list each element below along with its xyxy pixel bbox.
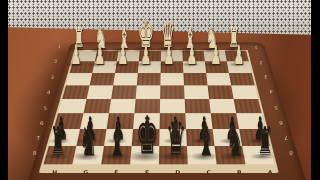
square-g4[interactable] bbox=[87, 85, 114, 98]
square-a4[interactable] bbox=[231, 85, 258, 98]
square-b3[interactable] bbox=[206, 73, 231, 85]
square-h4[interactable] bbox=[62, 85, 89, 98]
piece-black-rook[interactable]: ♜ bbox=[51, 123, 67, 160]
square-c4[interactable] bbox=[184, 85, 209, 98]
piece-black-rook[interactable]: ♜ bbox=[257, 123, 273, 160]
square-a3[interactable] bbox=[229, 73, 255, 85]
piece-white-pawn[interactable]: ♟ bbox=[71, 42, 82, 67]
piece-white-pawn[interactable]: ♟ bbox=[117, 42, 128, 67]
square-e3[interactable] bbox=[137, 73, 161, 85]
square-f3[interactable] bbox=[113, 73, 138, 85]
piece-black-bishop[interactable]: ♝ bbox=[109, 119, 127, 160]
piece-white-pawn[interactable]: ♟ bbox=[187, 42, 198, 67]
piece-white-pawn[interactable]: ♟ bbox=[210, 42, 221, 67]
piece-black-king[interactable]: ♚ bbox=[136, 109, 159, 161]
letterbox-bar-left bbox=[0, 0, 8, 180]
photo-stage: ♜♞♝♚♛♝♞♜♟♟♟♟♟♟♟♟♟♟♟♟♟♟♟♟♜♞♝♚♛♝♞♜ HGFEDCB… bbox=[0, 0, 320, 180]
square-c3[interactable] bbox=[183, 73, 207, 85]
piece-black-queen[interactable]: ♛ bbox=[166, 113, 187, 160]
piece-white-pawn[interactable]: ♟ bbox=[141, 42, 152, 67]
square-g3[interactable] bbox=[90, 73, 115, 85]
piece-black-knight[interactable]: ♞ bbox=[79, 119, 97, 160]
piece-black-knight[interactable]: ♞ bbox=[226, 119, 244, 160]
square-f4[interactable] bbox=[111, 85, 137, 98]
square-e4[interactable] bbox=[136, 85, 161, 98]
square-b4[interactable] bbox=[208, 85, 234, 98]
piece-white-pawn[interactable]: ♟ bbox=[233, 42, 244, 67]
piece-black-bishop[interactable]: ♝ bbox=[197, 119, 215, 160]
letterbox-bar-right bbox=[311, 0, 320, 180]
piece-white-pawn[interactable]: ♟ bbox=[164, 42, 175, 67]
square-d3[interactable] bbox=[160, 73, 184, 85]
piece-white-pawn[interactable]: ♟ bbox=[94, 42, 105, 67]
square-h3[interactable] bbox=[66, 73, 92, 85]
square-d4[interactable] bbox=[160, 85, 184, 98]
